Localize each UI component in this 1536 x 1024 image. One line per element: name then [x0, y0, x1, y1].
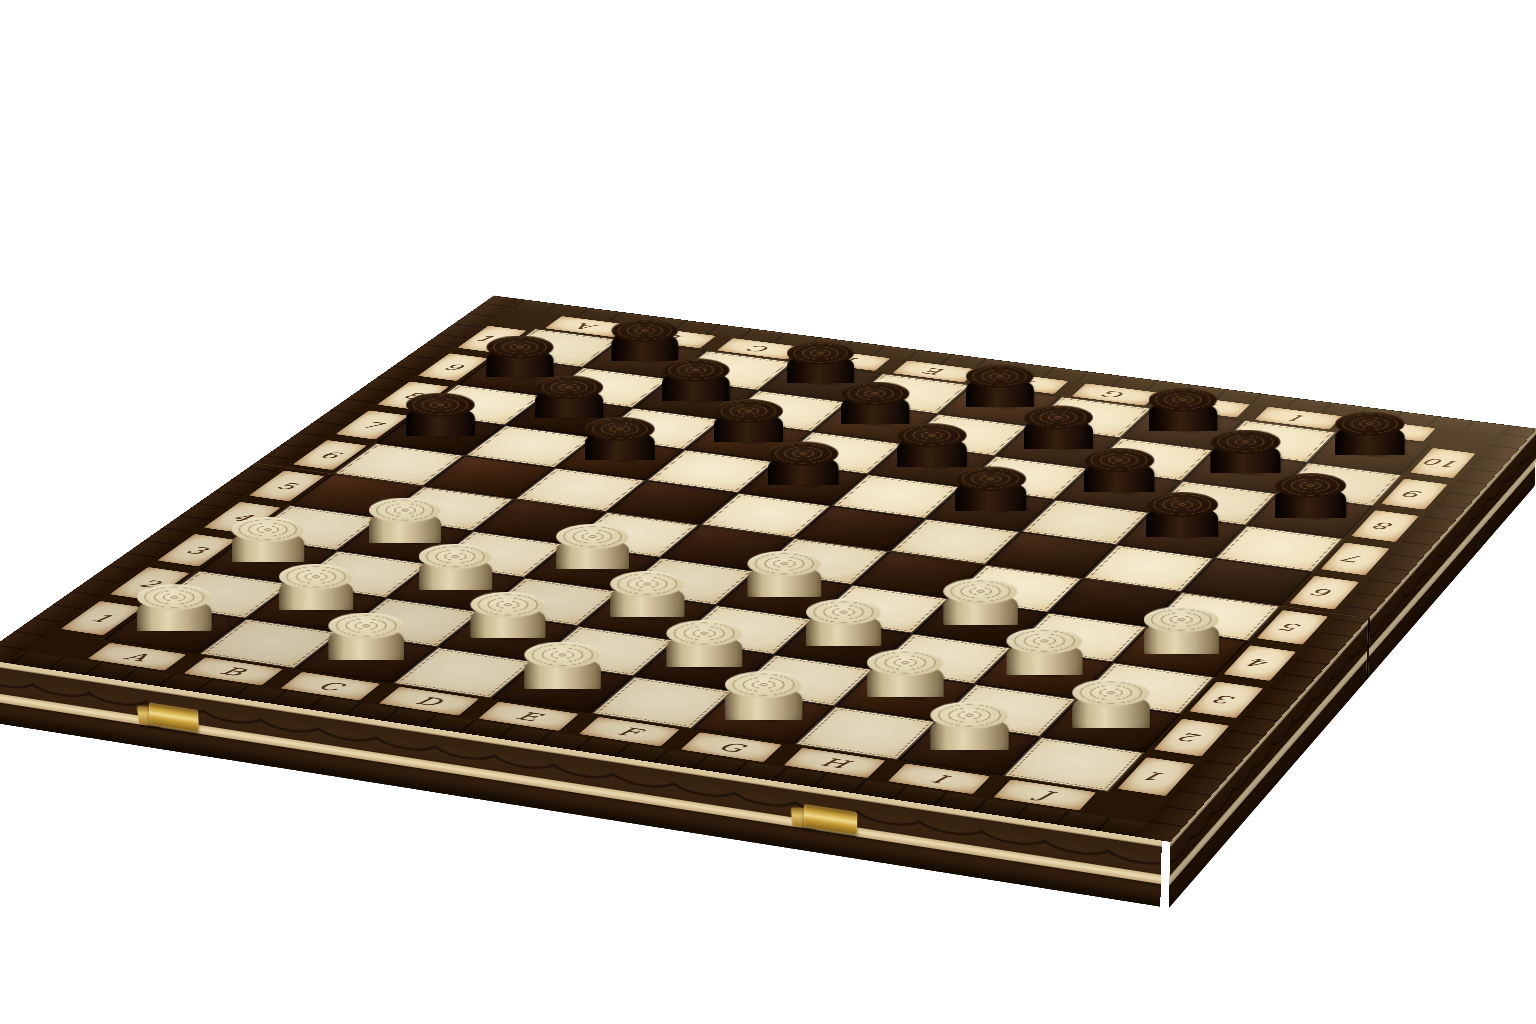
- checker-sprite: [930, 702, 1008, 763]
- brass-latch-right-icon: [791, 799, 859, 840]
- checker-top: [328, 613, 404, 639]
- checker-top: [524, 642, 601, 669]
- label-text: I: [1290, 414, 1307, 423]
- checker-top: [725, 671, 802, 698]
- checker-top: [232, 517, 305, 542]
- checker-top: [1072, 679, 1150, 706]
- label-text: 8: [400, 391, 425, 401]
- checker-top: [556, 524, 629, 549]
- scene: ABCDEFGHIJ ABCDEFGHIJ 10987654321 109876…: [0, 0, 1536, 1024]
- checker-top: [1144, 607, 1219, 633]
- checker-top: [666, 620, 742, 646]
- label-text: 6: [317, 450, 343, 460]
- checker-top: [1006, 628, 1082, 654]
- label-text: 9: [441, 362, 466, 371]
- label-text: A: [574, 322, 600, 331]
- checker-top: [747, 551, 821, 577]
- draughts-board: ABCDEFGHIJ ABCDEFGHIJ 10987654321 109876…: [0, 296, 1536, 842]
- checker-top: [806, 599, 881, 625]
- label-text: G: [1101, 389, 1129, 399]
- label-text: 10: [473, 334, 512, 345]
- label-text: 7: [359, 420, 385, 430]
- photo-canvas: ABCDEFGHIJ ABCDEFGHIJ 10987654321 109876…: [0, 0, 1536, 1024]
- checker-top: [137, 584, 212, 610]
- label-text: 10: [1423, 457, 1463, 469]
- label-text: D: [833, 355, 861, 365]
- checker-sprite: [524, 642, 601, 702]
- label-text: J: [1383, 425, 1400, 434]
- checker-top: [943, 578, 1018, 604]
- fold-seam-notch: [1366, 617, 1370, 681]
- checker-top: [419, 544, 493, 570]
- checker-top: [279, 564, 353, 590]
- label-text: E: [923, 367, 949, 377]
- latch-plate: [803, 804, 856, 836]
- brass-latch-left-icon: [137, 698, 201, 737]
- checker-top: [610, 571, 684, 597]
- checker-top: [470, 592, 545, 618]
- label-text: H: [1192, 401, 1221, 411]
- label-text: 5: [273, 481, 300, 491]
- label-text: C: [746, 344, 773, 354]
- checker-top: [369, 498, 441, 523]
- label-text: F: [1012, 378, 1037, 388]
- latch-plate: [148, 703, 198, 733]
- label-text: B: [660, 333, 686, 342]
- label-text: 9: [1403, 489, 1427, 499]
- label-text: 8: [1373, 521, 1397, 532]
- checker-top: [867, 649, 944, 676]
- checker-top: [930, 702, 1008, 729]
